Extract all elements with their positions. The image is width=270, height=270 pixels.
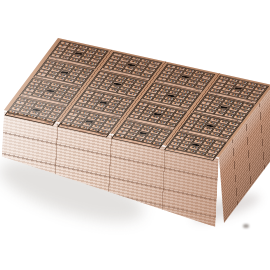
ground-shadow-speck [243, 224, 249, 228]
card-serial-number: 17063 [43, 121, 52, 124]
card-series-label: Ser.40 [7, 113, 16, 116]
card-series-label: Ser.40 [60, 125, 69, 128]
card-series-label: Ser.40 [167, 148, 176, 151]
photo-stage: 3183348639243954691227516662136577211631… [0, 0, 270, 270]
card-serial-number: 17063 [150, 145, 159, 148]
card-serial-number: 17063 [203, 156, 212, 159]
card-series-label: Ser.40 [114, 137, 123, 140]
card-serial-number: 17063 [97, 133, 106, 136]
